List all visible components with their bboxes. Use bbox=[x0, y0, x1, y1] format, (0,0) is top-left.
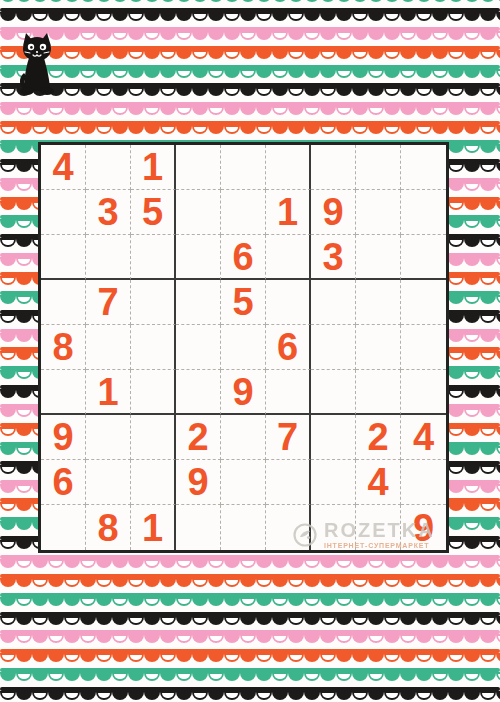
sudoku-cell-r7c1[interactable]: 9 bbox=[41, 415, 86, 460]
sudoku-cell-r6c5[interactable]: 9 bbox=[221, 370, 266, 415]
sudoku-digit: 9 bbox=[187, 463, 208, 501]
sudoku-cell-r2c3[interactable]: 5 bbox=[131, 190, 176, 235]
scallop-row bbox=[0, 687, 500, 700]
sudoku-digit: 9 bbox=[322, 193, 343, 231]
watermark-tagline: ІНТЕРНЕТ-СУПЕРМАРКЕТ bbox=[324, 542, 435, 549]
sudoku-cell-r2c7[interactable]: 9 bbox=[311, 190, 356, 235]
sudoku-cell-r9c5[interactable] bbox=[221, 505, 266, 550]
sudoku-digit: 1 bbox=[97, 373, 118, 411]
sudoku-cell-r6c7[interactable] bbox=[311, 370, 356, 415]
cat-paw-right bbox=[40, 87, 54, 95]
cat-icon bbox=[16, 32, 58, 96]
sudoku-cell-r3c9[interactable] bbox=[401, 235, 446, 280]
sudoku-digit: 1 bbox=[277, 193, 298, 231]
sudoku-cell-r3c4[interactable] bbox=[176, 235, 221, 280]
sudoku-cell-r8c3[interactable] bbox=[131, 460, 176, 505]
scallop-row bbox=[0, 102, 500, 115]
sudoku-cell-r9c3[interactable]: 1 bbox=[131, 505, 176, 550]
sudoku-cell-r3c7[interactable]: 3 bbox=[311, 235, 356, 280]
sudoku-digit: 1 bbox=[142, 509, 163, 547]
scallop-row bbox=[0, 121, 500, 134]
sudoku-cell-r7c7[interactable] bbox=[311, 415, 356, 460]
sudoku-digit: 6 bbox=[277, 328, 298, 366]
sudoku-cell-r8c5[interactable] bbox=[221, 460, 266, 505]
sudoku-cell-r7c2[interactable] bbox=[86, 415, 131, 460]
sudoku-digit: 5 bbox=[142, 193, 163, 231]
sudoku-cell-r6c3[interactable] bbox=[131, 370, 176, 415]
cat-body bbox=[24, 58, 50, 91]
scallop-row bbox=[0, 668, 500, 681]
sudoku-cell-r1c1[interactable]: 4 bbox=[41, 145, 86, 190]
sudoku-cell-r1c9[interactable] bbox=[401, 145, 446, 190]
sudoku-cell-r4c1[interactable] bbox=[41, 280, 86, 325]
sudoku-cell-r4c2[interactable]: 7 bbox=[86, 280, 131, 325]
watermark-brand: ROZETKA bbox=[324, 520, 435, 540]
sudoku-cell-r1c8[interactable] bbox=[356, 145, 401, 190]
sudoku-cell-r5c4[interactable] bbox=[176, 325, 221, 370]
sudoku-cell-r9c1[interactable] bbox=[41, 505, 86, 550]
sudoku-digit: 6 bbox=[232, 238, 253, 276]
scallop-row bbox=[0, 612, 500, 625]
sudoku-digit: 6 bbox=[52, 463, 73, 501]
sudoku-cell-r2c1[interactable] bbox=[41, 190, 86, 235]
sudoku-cell-r5c3[interactable] bbox=[131, 325, 176, 370]
sudoku-cell-r7c6[interactable]: 7 bbox=[266, 415, 311, 460]
rozetka-watermark: ROZETKA ІНТЕРНЕТ-СУПЕРМАРКЕТ bbox=[292, 520, 435, 549]
scallop-row bbox=[0, 593, 500, 606]
sudoku-digit: 3 bbox=[322, 238, 343, 276]
sudoku-cell-r1c6[interactable] bbox=[266, 145, 311, 190]
scallop-row bbox=[0, 8, 500, 21]
sudoku-cell-r8c8[interactable]: 4 bbox=[356, 460, 401, 505]
sudoku-cell-r6c1[interactable] bbox=[41, 370, 86, 415]
sudoku-cell-r7c8[interactable]: 2 bbox=[356, 415, 401, 460]
sudoku-cell-r4c6[interactable] bbox=[266, 280, 311, 325]
sudoku-cell-r5c2[interactable] bbox=[86, 325, 131, 370]
sudoku-digit: 8 bbox=[97, 509, 118, 547]
sudoku-cell-r3c8[interactable] bbox=[356, 235, 401, 280]
sudoku-cell-r3c1[interactable] bbox=[41, 235, 86, 280]
cat-head bbox=[23, 37, 51, 61]
sudoku-cell-r6c9[interactable] bbox=[401, 370, 446, 415]
sudoku-cell-r1c2[interactable] bbox=[86, 145, 131, 190]
sudoku-cell-r2c9[interactable] bbox=[401, 190, 446, 235]
sudoku-cell-r1c7[interactable] bbox=[311, 145, 356, 190]
scallop-row bbox=[0, 83, 500, 96]
sudoku-cell-r8c1[interactable]: 6 bbox=[41, 460, 86, 505]
sudoku-cell-r6c2[interactable]: 1 bbox=[86, 370, 131, 415]
sudoku-digit: 7 bbox=[277, 418, 298, 456]
sudoku-cell-r4c4[interactable] bbox=[176, 280, 221, 325]
sudoku-cell-r6c6[interactable] bbox=[266, 370, 311, 415]
scallop-row bbox=[0, 555, 500, 568]
sudoku-cell-r2c4[interactable] bbox=[176, 190, 221, 235]
sudoku-cell-r1c4[interactable] bbox=[176, 145, 221, 190]
sudoku-cell-r8c7[interactable] bbox=[311, 460, 356, 505]
sudoku-cell-r6c8[interactable] bbox=[356, 370, 401, 415]
sudoku-cell-r3c6[interactable] bbox=[266, 235, 311, 280]
sudoku-board: 4135196375861992724694819 bbox=[38, 142, 449, 553]
sudoku-cell-r5c9[interactable] bbox=[401, 325, 446, 370]
sudoku-digit: 2 bbox=[187, 418, 208, 456]
sudoku-cell-r1c3[interactable]: 1 bbox=[131, 145, 176, 190]
sudoku-digit: 5 bbox=[232, 283, 253, 321]
sudoku-digit: 9 bbox=[52, 418, 73, 456]
sudoku-cell-r4c8[interactable] bbox=[356, 280, 401, 325]
sudoku-cell-r5c7[interactable] bbox=[311, 325, 356, 370]
sudoku-cell-r4c7[interactable] bbox=[311, 280, 356, 325]
sudoku-cell-r5c6[interactable]: 6 bbox=[266, 325, 311, 370]
sudoku-digit: 9 bbox=[232, 373, 253, 411]
scallop-row bbox=[0, 649, 500, 662]
sudoku-cell-r7c4[interactable]: 2 bbox=[176, 415, 221, 460]
sudoku-cell-r1c5[interactable] bbox=[221, 145, 266, 190]
sudoku-cell-r3c3[interactable] bbox=[131, 235, 176, 280]
sudoku-cell-r7c3[interactable] bbox=[131, 415, 176, 460]
scallop-row bbox=[0, 630, 500, 643]
sudoku-cell-r2c8[interactable] bbox=[356, 190, 401, 235]
cat-paw-left bbox=[20, 87, 34, 95]
sudoku-cell-r9c2[interactable]: 8 bbox=[86, 505, 131, 550]
scallop-row bbox=[0, 65, 500, 78]
sudoku-cell-r4c3[interactable] bbox=[131, 280, 176, 325]
sudoku-digit: 4 bbox=[367, 463, 388, 501]
sudoku-cell-r8c2[interactable] bbox=[86, 460, 131, 505]
sudoku-cell-r2c6[interactable]: 1 bbox=[266, 190, 311, 235]
sudoku-cell-r3c5[interactable]: 6 bbox=[221, 235, 266, 280]
sudoku-cell-r3c2[interactable] bbox=[86, 235, 131, 280]
sudoku-cell-r6c4[interactable] bbox=[176, 370, 221, 415]
sudoku-cell-r8c6[interactable] bbox=[266, 460, 311, 505]
sudoku-cell-r8c9[interactable] bbox=[401, 460, 446, 505]
sudoku-cell-r9c4[interactable] bbox=[176, 505, 221, 550]
sudoku-cell-r2c2[interactable]: 3 bbox=[86, 190, 131, 235]
sudoku-digit: 2 bbox=[367, 418, 388, 456]
sudoku-cell-r4c5[interactable]: 5 bbox=[221, 280, 266, 325]
sudoku-digit: 7 bbox=[97, 283, 118, 321]
page: 4135196375861992724694819 ROZETKA ІНТЕРН… bbox=[0, 0, 500, 702]
scallop-row bbox=[0, 0, 500, 2]
sudoku-cell-r5c5[interactable] bbox=[221, 325, 266, 370]
rozetka-logo-icon bbox=[292, 522, 318, 548]
sudoku-cell-r5c1[interactable]: 8 bbox=[41, 325, 86, 370]
scallop-row bbox=[0, 574, 500, 587]
sudoku-digit: 3 bbox=[97, 193, 118, 231]
sudoku-cell-r7c9[interactable]: 4 bbox=[401, 415, 446, 460]
sudoku-cell-r4c9[interactable] bbox=[401, 280, 446, 325]
sudoku-digit: 1 bbox=[142, 148, 163, 186]
sudoku-cell-r8c4[interactable]: 9 bbox=[176, 460, 221, 505]
sudoku-cell-r5c8[interactable] bbox=[356, 325, 401, 370]
scallop-row bbox=[0, 46, 500, 59]
sudoku-cell-r7c5[interactable] bbox=[221, 415, 266, 460]
scallop-row bbox=[0, 27, 500, 40]
sudoku-digit: 4 bbox=[52, 148, 73, 186]
sudoku-digit: 4 bbox=[413, 418, 434, 456]
sudoku-digit: 8 bbox=[52, 328, 73, 366]
sudoku-cell-r2c5[interactable] bbox=[221, 190, 266, 235]
